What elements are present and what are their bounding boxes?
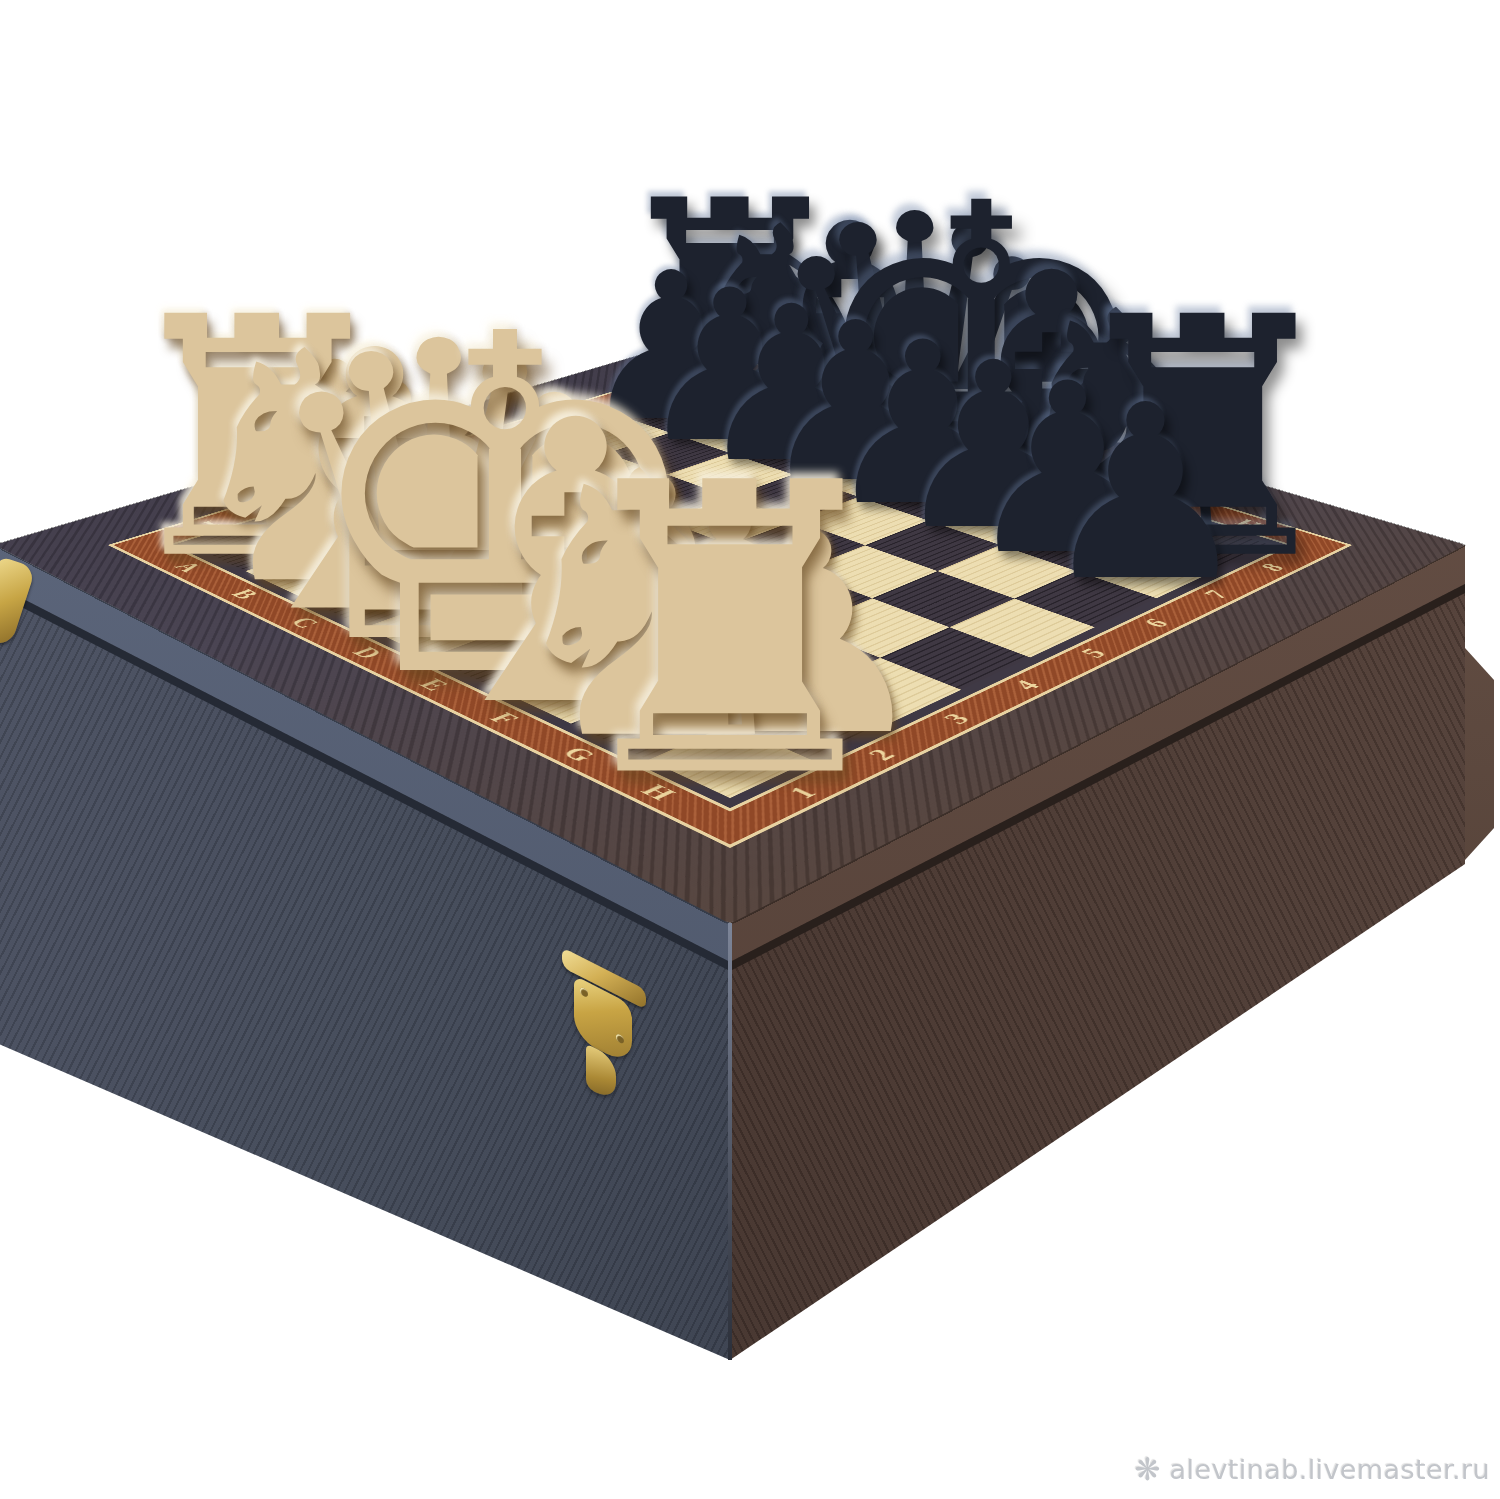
pieces-layer: ♜♞♝♛♚♝♞♜♟♟♟♟♟♟♟♟♟♟♟♟♟♟♟♟♜♞♝♛♚♝♞♜ [0, 0, 1500, 1499]
piece-white-rook-h1: ♜ [551, 432, 910, 832]
product-photo-stage: ABCDEFGH ABCDEFGH 87654321 87654321 ♜♞♝♛… [0, 0, 1500, 1499]
watermark-text: alevtinab.livemaster.ru [1170, 1454, 1490, 1485]
watermark: ❋ alevtinab.livemaster.ru [1135, 1451, 1490, 1487]
piece-black-pawn-h7: ♟ [1038, 373, 1254, 614]
livemaster-snowflake-icon: ❋ [1135, 1451, 1161, 1487]
